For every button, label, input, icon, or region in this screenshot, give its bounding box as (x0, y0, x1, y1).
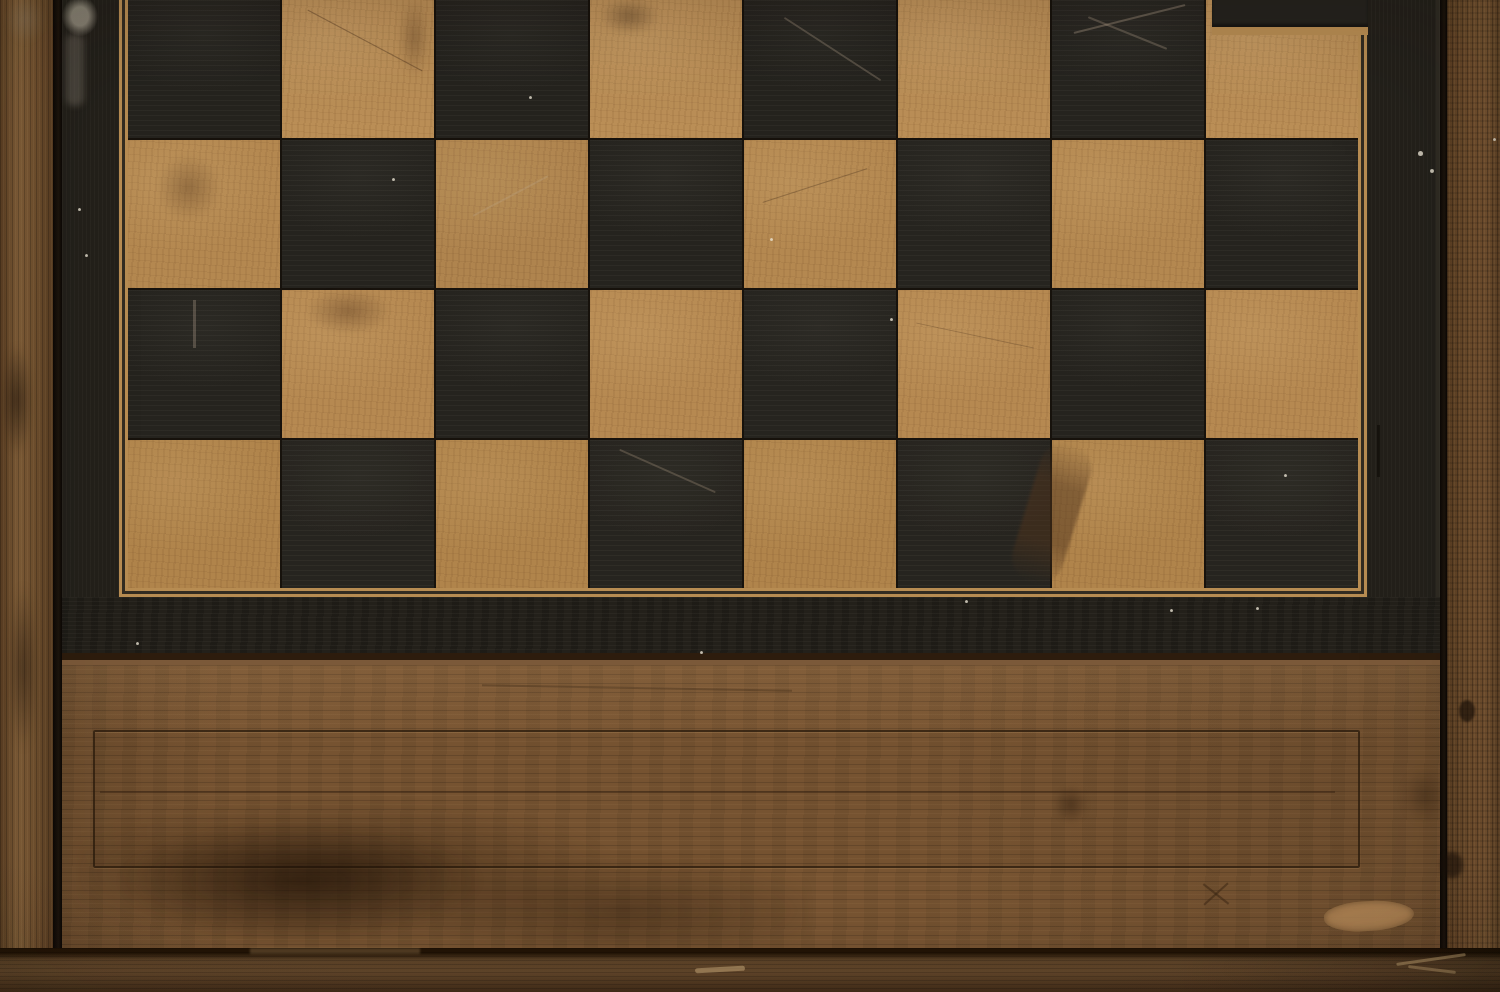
frame-board-seam-right (1440, 0, 1447, 948)
left-frame-rail (0, 0, 53, 948)
square-r4c1[interactable] (128, 440, 280, 588)
square-r3c4[interactable] (590, 290, 742, 438)
wood-knot (0, 325, 42, 475)
wood-knot (0, 0, 50, 58)
ebonised-border-bottom (62, 597, 1440, 653)
right-frame-rail (1447, 0, 1500, 948)
board-edge-shadow (62, 653, 1447, 660)
square-r3c3[interactable] (436, 290, 588, 438)
bottom-rail (0, 948, 1500, 992)
square-r1c6[interactable] (898, 0, 1050, 138)
top-rank-inlay-line (1212, 26, 1368, 35)
apron (62, 665, 1447, 948)
square-r3c6[interactable] (898, 290, 1050, 438)
wood-knot (4, 555, 42, 780)
square-r3c8[interactable] (1206, 290, 1358, 438)
square-r2c5[interactable] (744, 140, 896, 288)
plaster-streak (66, 34, 84, 106)
pin-scratch (695, 966, 745, 974)
square-r4c2[interactable] (282, 440, 434, 588)
wood-gouge (1323, 898, 1415, 934)
square-r2c7[interactable] (1052, 140, 1204, 288)
square-r1c7[interactable] (1052, 0, 1204, 138)
square-r4c3[interactable] (436, 440, 588, 588)
frame-board-seam-left (53, 0, 62, 948)
square-r2c6[interactable] (898, 140, 1050, 288)
games-board-photo (0, 0, 1500, 992)
square-r1c1[interactable] (128, 0, 280, 138)
crack (1377, 425, 1380, 477)
square-smudge (296, 288, 401, 346)
scribe-line (100, 791, 1335, 793)
incised-panel (93, 730, 1360, 868)
square-smudge (148, 146, 238, 238)
square-r4c5[interactable] (744, 440, 896, 588)
wood-knot (1459, 700, 1475, 722)
scratch (482, 684, 792, 691)
scratch (1408, 965, 1456, 974)
square-r2c2[interactable] (282, 140, 434, 288)
square-r3c5[interactable] (744, 290, 896, 438)
drip-mark (193, 300, 196, 348)
square-r2c8[interactable] (1206, 140, 1358, 288)
square-r3c7[interactable] (1052, 290, 1204, 438)
chipped-seam (250, 948, 420, 954)
square-r1c5[interactable] (744, 0, 896, 138)
square-smudge (393, 0, 435, 95)
square-r4c8[interactable] (1206, 440, 1358, 588)
square-r4c4[interactable] (590, 440, 742, 588)
ebonised-border-right (1367, 0, 1440, 653)
square-r1c3[interactable] (436, 0, 588, 138)
top-rank-remnant (1212, 0, 1368, 27)
scratch (1396, 953, 1466, 966)
square-r2c4[interactable] (590, 140, 742, 288)
square-smudge (597, 0, 669, 46)
square-r3c1[interactable] (128, 290, 280, 438)
square-r2c3[interactable] (436, 140, 588, 288)
